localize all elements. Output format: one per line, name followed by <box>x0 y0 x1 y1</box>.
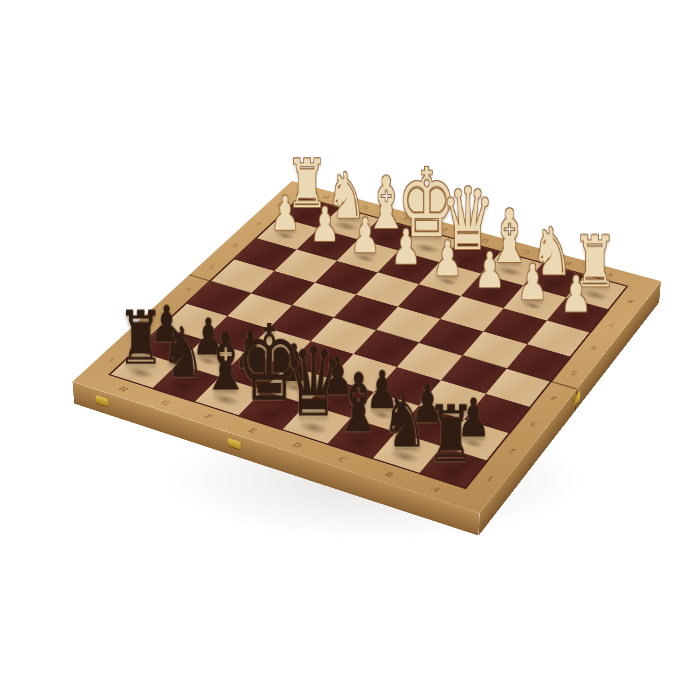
brass-clasp <box>96 395 109 407</box>
file-label-bottom-h: H <box>117 385 130 393</box>
black-bishop-glyph: ♝ <box>333 363 384 444</box>
black-rook-glyph: ♜ <box>117 301 163 375</box>
rank-label-right-4: 4 <box>550 395 558 402</box>
black-knight-glyph: ♞ <box>161 318 205 388</box>
white-pawn-glyph: ♟ <box>433 235 463 283</box>
rank-label-right-7: 7 <box>609 321 617 328</box>
rank-label-right-5: 5 <box>570 369 578 376</box>
file-label-bottom-c: C <box>336 455 349 463</box>
black-rook-glyph: ♜ <box>426 395 475 473</box>
white-pawn-glyph: ♟ <box>561 270 592 320</box>
rank-label-left-4: 4 <box>184 286 193 292</box>
black-knight-glyph: ♞ <box>381 385 427 458</box>
rank-label-right-2: 2 <box>508 447 517 455</box>
square-a1: ♜ <box>419 446 489 489</box>
file-label-bottom-e: E <box>247 427 259 435</box>
rank-label-left-7: 7 <box>254 222 262 228</box>
white-pawn-glyph: ♟ <box>310 201 340 248</box>
rank-label-right-1: 1 <box>486 475 495 483</box>
rank-label-left-1: 1 <box>107 356 116 363</box>
white-pawn-glyph: ♟ <box>517 258 548 307</box>
rank-label-left-5: 5 <box>208 264 217 270</box>
square-a7: ♟ <box>547 297 610 333</box>
file-label-bottom-a: A <box>430 485 442 493</box>
white-pawn-glyph: ♟ <box>475 246 506 295</box>
white-pawn-glyph: ♟ <box>350 212 380 260</box>
file-label-bottom-b: B <box>383 470 395 478</box>
rank-label-right-8: 8 <box>627 298 634 304</box>
white-pawn-glyph: ♟ <box>271 190 301 237</box>
brass-clasp <box>228 438 241 450</box>
product-photo: ♜♞♝♚♛♝♞♜♟♟♟♟♟♟♟♟♟♟♟♟♟♟♟♟♜♞♝♚♛♝♞♜HHGGFFEE… <box>0 0 700 700</box>
file-label-bottom-g: G <box>159 399 172 407</box>
rank-label-right-3: 3 <box>529 421 537 429</box>
white-pawn-glyph: ♟ <box>391 223 421 271</box>
brass-hinge <box>573 390 580 408</box>
rank-label-left-6: 6 <box>231 243 239 249</box>
file-label-bottom-f: F <box>203 413 215 421</box>
rank-label-right-6: 6 <box>590 345 598 352</box>
file-label-bottom-d: D <box>291 441 304 449</box>
